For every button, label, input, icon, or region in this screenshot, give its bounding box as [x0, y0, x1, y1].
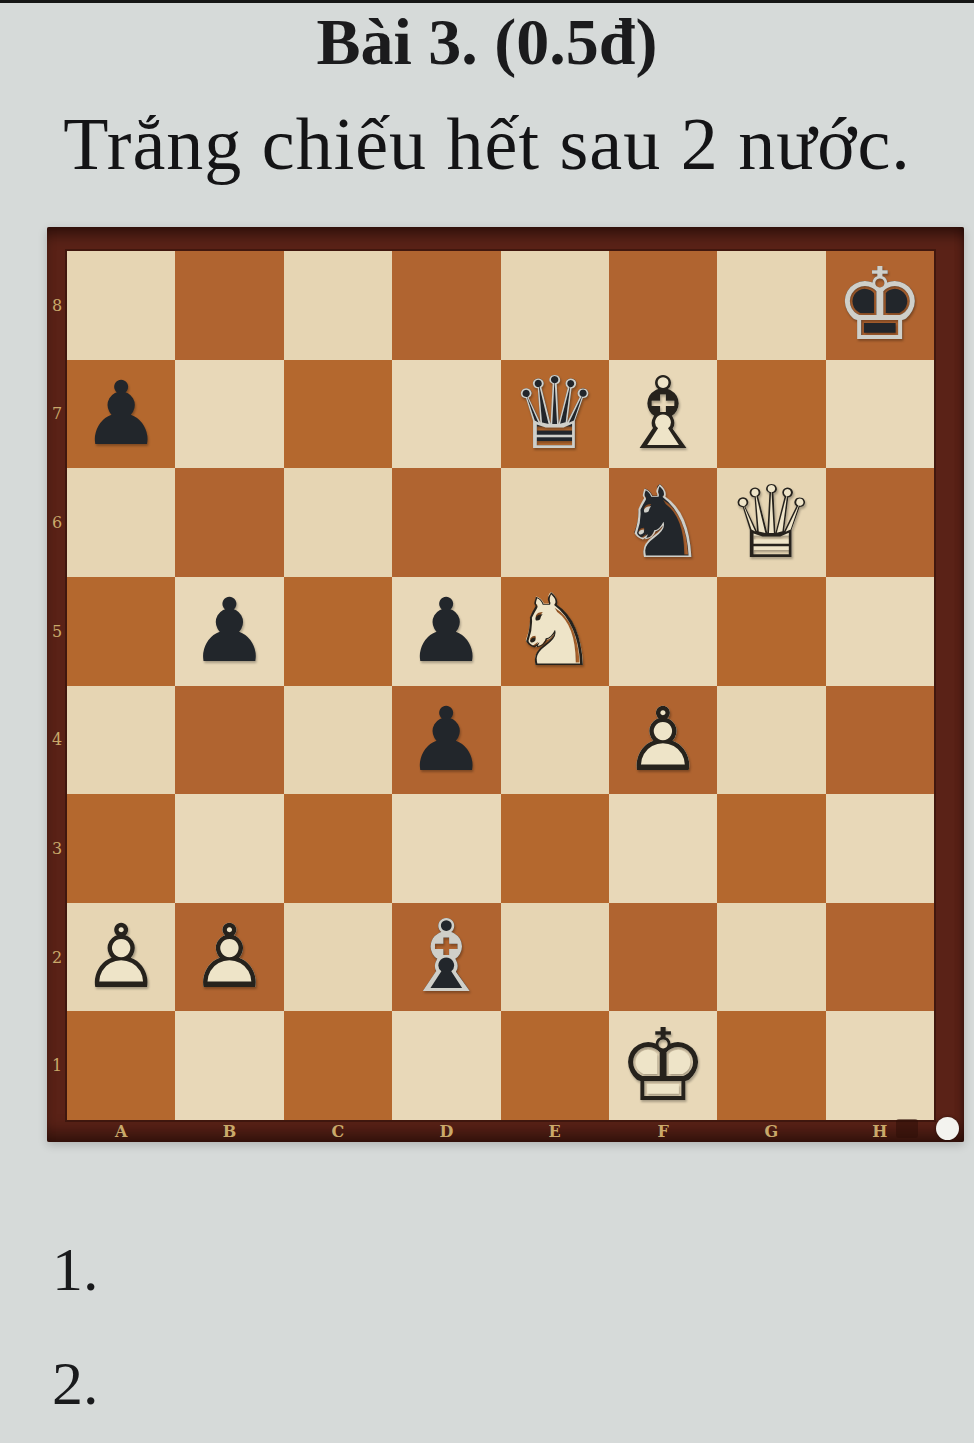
board-square — [717, 903, 825, 1012]
board-square — [392, 468, 500, 577]
board-square — [717, 360, 825, 469]
answer-line-1: 1. — [52, 1234, 99, 1305]
chess-piece-black-pawn: ♟ — [175, 577, 283, 686]
worksheet-page: Bài 3. (0.5đ) Trắng chiếu hết sau 2 nước… — [0, 0, 974, 1443]
board-square — [284, 251, 392, 360]
file-label: B — [175, 1120, 283, 1142]
corner-dot — [936, 1117, 959, 1140]
rank-label: 1 — [47, 1011, 67, 1120]
file-labels: ABCDEFGH — [67, 1120, 934, 1142]
board-square: ♟ — [392, 686, 500, 795]
board-square — [826, 794, 934, 903]
file-label: F — [609, 1120, 717, 1142]
board-square — [501, 903, 609, 1012]
board-square — [717, 1011, 825, 1120]
board-square — [717, 686, 825, 795]
board-square — [609, 794, 717, 903]
board-square — [175, 1011, 283, 1120]
board-square: ♞♘ — [609, 468, 717, 577]
board-square — [392, 360, 500, 469]
chess-piece-white-queen: ♛♕ — [717, 468, 825, 577]
board-square: ♝♗ — [609, 360, 717, 469]
board-square — [284, 903, 392, 1012]
board-square — [717, 577, 825, 686]
board-square — [284, 794, 392, 903]
board-square — [175, 468, 283, 577]
board-square — [717, 251, 825, 360]
board-square — [826, 468, 934, 577]
file-label: E — [501, 1120, 609, 1142]
board-square — [826, 577, 934, 686]
board-square — [717, 794, 825, 903]
chess-piece-white-bishop: ♝♗ — [609, 360, 717, 469]
chess-piece-white-knight: ♞♘ — [501, 577, 609, 686]
chess-piece-white-pawn: ♟♙ — [175, 903, 283, 1012]
board-square — [284, 468, 392, 577]
exercise-title: Bài 3. (0.5đ) — [0, 4, 974, 80]
board-square — [175, 686, 283, 795]
board-square — [826, 1011, 934, 1120]
rank-label: 5 — [47, 577, 67, 686]
puzzle-instruction: Trắng chiếu hết sau 2 nước. — [0, 102, 974, 187]
file-label: D — [392, 1120, 500, 1142]
board-square: ♛♕ — [501, 360, 609, 469]
board-square: ♟♙ — [609, 686, 717, 795]
file-label: C — [284, 1120, 392, 1142]
chess-piece-black-pawn: ♟ — [67, 360, 175, 469]
rank-labels: 87654321 — [47, 251, 67, 1120]
board-square — [175, 360, 283, 469]
board-square: ♟ — [392, 577, 500, 686]
board-square — [392, 1011, 500, 1120]
board-square — [67, 1011, 175, 1120]
chess-board-frame: ♚♔♟♛♕♝♗♞♘♛♕♟♟♞♘♟♟♙♟♙♟♙♝♗♚♔ 87654321 ABCD… — [47, 227, 964, 1142]
photo-top-edge — [0, 0, 974, 3]
board-square: ♚♔ — [826, 251, 934, 360]
board-square — [284, 1011, 392, 1120]
board-square — [501, 794, 609, 903]
board-square — [609, 251, 717, 360]
board-square — [826, 360, 934, 469]
chess-board: ♚♔♟♛♕♝♗♞♘♛♕♟♟♞♘♟♟♙♟♙♟♙♝♗♚♔ — [67, 251, 934, 1120]
board-square — [501, 468, 609, 577]
board-square — [175, 794, 283, 903]
board-square — [609, 577, 717, 686]
file-label: A — [67, 1120, 175, 1142]
chess-piece-white-pawn: ♟♙ — [67, 903, 175, 1012]
board-square: ♟ — [67, 360, 175, 469]
board-square — [501, 686, 609, 795]
board-square: ♚♔ — [609, 1011, 717, 1120]
file-label: G — [717, 1120, 825, 1142]
board-square: ♝♗ — [392, 903, 500, 1012]
board-square — [67, 686, 175, 795]
board-square — [175, 251, 283, 360]
board-square: ♞♘ — [501, 577, 609, 686]
board-square — [67, 794, 175, 903]
board-square — [284, 577, 392, 686]
chess-piece-white-pawn: ♟♙ — [609, 686, 717, 795]
chess-piece-black-king: ♚♔ — [826, 251, 934, 360]
frame-smudge — [896, 1119, 918, 1138]
chess-piece-black-pawn: ♟ — [392, 686, 500, 795]
rank-label: 6 — [47, 468, 67, 577]
board-square — [392, 251, 500, 360]
rank-label: 4 — [47, 686, 67, 795]
board-square — [392, 794, 500, 903]
rank-label: 8 — [47, 251, 67, 360]
board-square: ♟♙ — [67, 903, 175, 1012]
board-square — [826, 686, 934, 795]
board-square — [284, 360, 392, 469]
rank-label: 7 — [47, 360, 67, 469]
chess-piece-black-bishop: ♝♗ — [392, 903, 500, 1012]
board-square — [67, 577, 175, 686]
chess-piece-black-pawn: ♟ — [392, 577, 500, 686]
board-square: ♛♕ — [717, 468, 825, 577]
rank-label: 3 — [47, 794, 67, 903]
rank-label: 2 — [47, 903, 67, 1012]
board-square — [609, 903, 717, 1012]
board-square — [67, 251, 175, 360]
board-square: ♟♙ — [175, 903, 283, 1012]
chess-piece-white-king: ♚♔ — [609, 1011, 717, 1120]
answer-line-2: 2. — [52, 1348, 99, 1419]
board-square — [826, 903, 934, 1012]
board-square — [501, 251, 609, 360]
board-square — [284, 686, 392, 795]
board-square — [501, 1011, 609, 1120]
chess-piece-black-queen: ♛♕ — [501, 360, 609, 469]
board-square: ♟ — [175, 577, 283, 686]
chess-piece-black-knight: ♞♘ — [609, 468, 717, 577]
board-square — [67, 468, 175, 577]
